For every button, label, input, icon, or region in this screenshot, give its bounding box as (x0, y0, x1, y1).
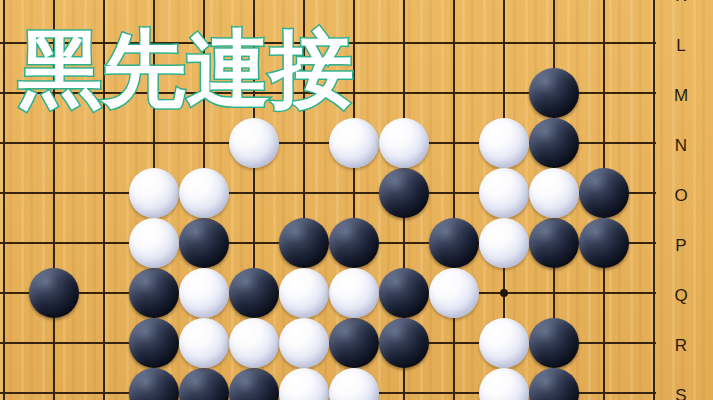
stone-white-O3 (529, 168, 579, 218)
coordinate-label-O: O (662, 186, 700, 206)
stone-white-N6 (379, 118, 429, 168)
stone-black-P3 (529, 218, 579, 268)
coordinate-label-S: S (662, 386, 700, 400)
stone-white-N4 (479, 118, 529, 168)
stone-white-Q10 (179, 268, 229, 318)
stone-black-R3 (529, 318, 579, 368)
stone-black-S10 (179, 368, 229, 400)
stone-black-Q9 (229, 268, 279, 318)
stone-black-P5 (429, 218, 479, 268)
grid-line-vertical (453, 0, 455, 400)
grid-line-vertical (653, 0, 655, 400)
stone-black-P2 (579, 218, 629, 268)
coordinate-label-R: R (662, 336, 700, 356)
stone-black-R7 (329, 318, 379, 368)
stone-white-O11 (129, 168, 179, 218)
stone-black-Q11 (129, 268, 179, 318)
coordinate-label-N: N (662, 136, 700, 156)
stone-white-R9 (229, 318, 279, 368)
stone-black-O6 (379, 168, 429, 218)
stone-white-S4 (479, 368, 529, 400)
stone-black-S11 (129, 368, 179, 400)
stone-black-P7 (329, 218, 379, 268)
stone-white-S8 (279, 368, 329, 400)
coordinate-label-L: L (662, 36, 700, 56)
stone-white-O10 (179, 168, 229, 218)
stone-black-Q6 (379, 268, 429, 318)
stone-white-P4 (479, 218, 529, 268)
star-point (500, 289, 508, 297)
stone-black-R11 (129, 318, 179, 368)
stone-black-S3 (529, 368, 579, 400)
stone-white-S7 (329, 368, 379, 400)
stone-black-P10 (179, 218, 229, 268)
stone-white-O4 (479, 168, 529, 218)
stone-black-N3 (529, 118, 579, 168)
stone-white-Q8 (279, 268, 329, 318)
stone-white-P11 (129, 218, 179, 268)
coordinate-label-Q: Q (662, 286, 700, 306)
stone-black-O2 (579, 168, 629, 218)
stone-white-Q5 (429, 268, 479, 318)
grid-line-vertical (3, 0, 5, 400)
stone-black-S9 (229, 368, 279, 400)
stone-white-R8 (279, 318, 329, 368)
problem-title: 黑先連接 (18, 24, 354, 115)
stone-white-N9 (229, 118, 279, 168)
coordinate-label-M: M (662, 86, 700, 106)
stone-black-R6 (379, 318, 429, 368)
stone-white-R10 (179, 318, 229, 368)
stone-black-M3 (529, 68, 579, 118)
coordinate-label-P: P (662, 236, 700, 256)
stone-black-Q13 (29, 268, 79, 318)
stone-black-P8 (279, 218, 329, 268)
stone-white-R4 (479, 318, 529, 368)
coordinate-label-K: K (662, 0, 700, 6)
stone-white-Q7 (329, 268, 379, 318)
stone-white-N7 (329, 118, 379, 168)
screenshot-root: KLMNOPQRS 黑先連接 (0, 0, 713, 400)
